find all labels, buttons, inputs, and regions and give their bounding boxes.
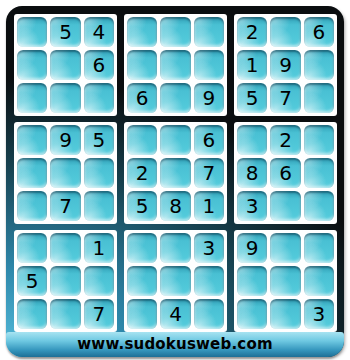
cell-r9c4[interactable] (127, 299, 157, 329)
cell-r1c7[interactable]: 2 (237, 17, 267, 47)
cell-r9c1[interactable] (17, 299, 47, 329)
box-9: 93 (234, 230, 337, 332)
sudoku-board: 5466926195795762758128631573493 (14, 14, 337, 332)
cell-r4c4[interactable] (127, 125, 157, 155)
cell-r4c2[interactable]: 9 (50, 125, 80, 155)
cell-r2c7[interactable]: 1 (237, 50, 267, 80)
cell-r3c8[interactable]: 7 (270, 83, 300, 113)
cell-r5c2[interactable] (50, 158, 80, 188)
cell-r3c5[interactable] (160, 83, 190, 113)
cell-r5c9[interactable] (304, 158, 334, 188)
cell-r9c5[interactable]: 4 (160, 299, 190, 329)
cell-r6c7[interactable]: 3 (237, 191, 267, 221)
cell-r8c8[interactable] (270, 266, 300, 296)
cell-r1c6[interactable] (194, 17, 224, 47)
cell-r8c2[interactable] (50, 266, 80, 296)
box-5: 627581 (124, 122, 227, 224)
cell-r8c6[interactable] (194, 266, 224, 296)
cell-r1c4[interactable] (127, 17, 157, 47)
cell-r2c6[interactable] (194, 50, 224, 80)
cell-r7c6[interactable]: 3 (194, 233, 224, 263)
cell-r3c7[interactable]: 5 (237, 83, 267, 113)
cell-r7c1[interactable] (17, 233, 47, 263)
cell-r6c1[interactable] (17, 191, 47, 221)
cell-r3c6[interactable]: 9 (194, 83, 224, 113)
cell-r3c1[interactable] (17, 83, 47, 113)
cell-r4c7[interactable] (237, 125, 267, 155)
cell-r6c2[interactable]: 7 (50, 191, 80, 221)
cell-r1c1[interactable] (17, 17, 47, 47)
cell-r8c3[interactable] (84, 266, 114, 296)
box-4: 957 (14, 122, 117, 224)
cell-r6c9[interactable] (304, 191, 334, 221)
cell-r9c6[interactable] (194, 299, 224, 329)
cell-r8c4[interactable] (127, 266, 157, 296)
cell-r2c4[interactable] (127, 50, 157, 80)
cell-r6c8[interactable] (270, 191, 300, 221)
cell-r2c8[interactable]: 9 (270, 50, 300, 80)
cell-r5c7[interactable]: 8 (237, 158, 267, 188)
cell-r4c3[interactable]: 5 (84, 125, 114, 155)
cell-r3c2[interactable] (50, 83, 80, 113)
sudoku-page: 5466926195795762758128631573493 www.sudo… (0, 0, 350, 360)
cell-r7c8[interactable] (270, 233, 300, 263)
cell-r5c1[interactable] (17, 158, 47, 188)
cell-r7c2[interactable] (50, 233, 80, 263)
cell-r1c5[interactable] (160, 17, 190, 47)
cell-r3c9[interactable] (304, 83, 334, 113)
cell-r9c7[interactable] (237, 299, 267, 329)
cell-r6c6[interactable]: 1 (194, 191, 224, 221)
cell-r4c8[interactable]: 2 (270, 125, 300, 155)
cell-r2c3[interactable]: 6 (84, 50, 114, 80)
cell-r5c5[interactable] (160, 158, 190, 188)
cell-r8c7[interactable] (237, 266, 267, 296)
cell-r8c1[interactable]: 5 (17, 266, 47, 296)
box-8: 34 (124, 230, 227, 332)
cell-r2c1[interactable] (17, 50, 47, 80)
site-url-link[interactable]: www.sudokusweb.com (77, 332, 272, 357)
cell-r6c4[interactable]: 5 (127, 191, 157, 221)
cell-r9c8[interactable] (270, 299, 300, 329)
cell-r6c3[interactable] (84, 191, 114, 221)
cell-r1c3[interactable]: 4 (84, 17, 114, 47)
cell-r7c3[interactable]: 1 (84, 233, 114, 263)
cell-r1c2[interactable]: 5 (50, 17, 80, 47)
box-1: 546 (14, 14, 117, 116)
cell-r1c8[interactable] (270, 17, 300, 47)
box-2: 69 (124, 14, 227, 116)
cell-r4c6[interactable]: 6 (194, 125, 224, 155)
cell-r4c1[interactable] (17, 125, 47, 155)
cell-r3c4[interactable]: 6 (127, 83, 157, 113)
box-6: 2863 (234, 122, 337, 224)
cell-r9c2[interactable] (50, 299, 80, 329)
box-7: 157 (14, 230, 117, 332)
cell-r9c3[interactable]: 7 (84, 299, 114, 329)
cell-r2c5[interactable] (160, 50, 190, 80)
cell-r5c3[interactable] (84, 158, 114, 188)
cell-r7c7[interactable]: 9 (237, 233, 267, 263)
cell-r2c2[interactable] (50, 50, 80, 80)
footer-bar: www.sudokusweb.com (6, 332, 344, 357)
cell-r4c9[interactable] (304, 125, 334, 155)
cell-r8c9[interactable] (304, 266, 334, 296)
cell-r5c6[interactable]: 7 (194, 158, 224, 188)
cell-r5c4[interactable]: 2 (127, 158, 157, 188)
cell-r5c8[interactable]: 6 (270, 158, 300, 188)
box-3: 261957 (234, 14, 337, 116)
cell-r8c5[interactable] (160, 266, 190, 296)
cell-r7c9[interactable] (304, 233, 334, 263)
cell-r3c3[interactable] (84, 83, 114, 113)
cell-r7c4[interactable] (127, 233, 157, 263)
cell-r2c9[interactable] (304, 50, 334, 80)
cell-r7c5[interactable] (160, 233, 190, 263)
cell-r6c5[interactable]: 8 (160, 191, 190, 221)
cell-r9c9[interactable]: 3 (304, 299, 334, 329)
cell-r4c5[interactable] (160, 125, 190, 155)
cell-r1c9[interactable]: 6 (304, 17, 334, 47)
